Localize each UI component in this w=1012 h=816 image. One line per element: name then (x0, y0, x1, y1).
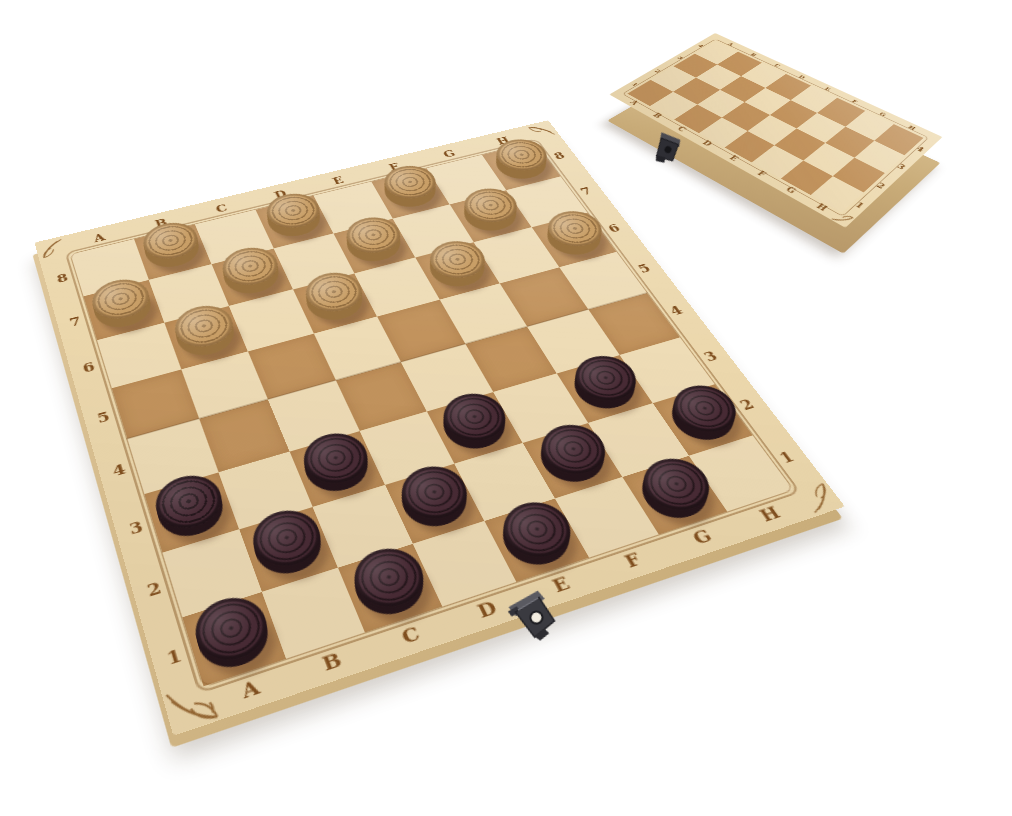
main-board-top: AA88BB77CC66DD55EE44FF33GG22HH11 (34, 120, 844, 736)
checker-dark-h2 (661, 390, 744, 449)
folded-box-grid (627, 41, 923, 212)
checker-dark-a1 (191, 599, 277, 678)
product-photo-checkers-set: { "game": { "name": "checkers (draughts)… (0, 0, 1012, 816)
checker-light-d6 (300, 278, 370, 328)
folded-box-square (845, 111, 893, 141)
folded-box-square (752, 145, 803, 178)
checker-light-f8 (377, 172, 442, 214)
folded-box-square (825, 126, 875, 157)
corner-flourish-icon (796, 482, 841, 515)
square-a5 (112, 369, 199, 439)
folded-box-square (748, 115, 797, 145)
rank-label-right-3: 3 (681, 330, 742, 384)
board-grid (71, 142, 793, 686)
folded-box-square (699, 117, 748, 147)
checker-dark-e3 (435, 398, 514, 458)
checker-light-g7 (456, 194, 524, 238)
checker-light-b6 (171, 311, 241, 364)
folded-box-square (810, 176, 864, 213)
folded-box-square (725, 131, 775, 163)
folded-box-square (874, 124, 923, 155)
folded-box-square (797, 113, 846, 143)
folded-box-square (775, 129, 825, 161)
checker-light-f6 (422, 247, 493, 294)
folded-box-square (833, 158, 885, 193)
corner-flourish-icon (527, 122, 557, 139)
checker-dark-b2 (247, 514, 329, 584)
checker-dark-a3 (152, 479, 231, 546)
folded-box-square (854, 140, 905, 173)
corner-flourish-icon (38, 238, 67, 259)
checker-dark-c3 (297, 437, 376, 500)
checker-dark-d2 (393, 470, 476, 536)
checker-light-e7 (340, 223, 408, 269)
folded-box-square (803, 143, 854, 176)
folded-box-square (780, 160, 833, 195)
checker-light-h8 (488, 146, 554, 186)
